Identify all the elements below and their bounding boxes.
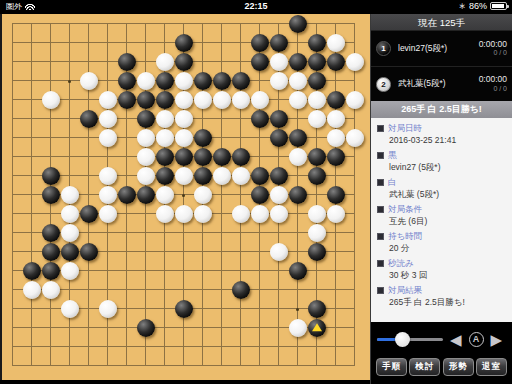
player2-clock: 0:00:00 bbox=[479, 75, 507, 85]
stone-white bbox=[61, 186, 79, 204]
moves-button[interactable]: 手順 bbox=[376, 358, 407, 376]
review-button[interactable]: 検討 bbox=[409, 358, 440, 376]
star-point bbox=[182, 194, 185, 197]
stone-black bbox=[232, 72, 250, 90]
clock-time: 22:15 bbox=[0, 1, 512, 11]
stone-black bbox=[289, 129, 307, 147]
info-label: 白 bbox=[388, 177, 397, 189]
bluetooth-icon: ∗ bbox=[458, 1, 466, 11]
stone-black bbox=[23, 262, 41, 280]
stone-black bbox=[270, 110, 288, 128]
game-info-list: 対局日時 2016-03-25 21:41 黒 levin27 (5段*) 白 … bbox=[371, 118, 512, 322]
player-row-white[interactable]: 2 武礼葉(5段*) 0:00:00 0 / 0 bbox=[371, 66, 512, 101]
stone-white bbox=[289, 72, 307, 90]
stone-black bbox=[308, 34, 326, 52]
info-label: 黒 bbox=[388, 150, 397, 162]
stone-black bbox=[308, 243, 326, 261]
stone-black bbox=[194, 72, 212, 90]
stone-black bbox=[80, 110, 98, 128]
stone-white bbox=[346, 129, 364, 147]
stone-white bbox=[42, 91, 60, 109]
result-banner: 265手 白 2.5目勝ち! bbox=[371, 101, 512, 118]
player1-periods: 0 / 0 bbox=[479, 49, 507, 57]
stone-white bbox=[42, 281, 60, 299]
info-row-byoyomi: 秒読み 30 秒 3 回 bbox=[377, 257, 506, 283]
battery-icon bbox=[490, 2, 507, 10]
stone-black bbox=[251, 34, 269, 52]
stone-black bbox=[42, 224, 60, 242]
stone-white bbox=[99, 205, 117, 223]
stone-black bbox=[308, 72, 326, 90]
info-label: 持ち時間 bbox=[388, 231, 422, 243]
stone-black bbox=[156, 148, 174, 166]
stone-white bbox=[23, 281, 41, 299]
stone-white bbox=[175, 167, 193, 185]
info-row-date: 対局日時 2016-03-25 21:41 bbox=[377, 122, 506, 148]
stone-white bbox=[99, 186, 117, 204]
info-label: 対局日時 bbox=[388, 123, 422, 135]
stone-white bbox=[61, 224, 79, 242]
info-value: 2016-03-25 21:41 bbox=[377, 135, 506, 148]
stone-black bbox=[194, 148, 212, 166]
black-stone-icon: 1 bbox=[376, 41, 391, 56]
info-row-result: 対局結果 265手 白 2.5目勝ち! bbox=[377, 284, 506, 310]
stone-black bbox=[42, 243, 60, 261]
player-row-black[interactable]: 1 levin27(5段*) 0:00:00 0 / 0 bbox=[371, 31, 512, 66]
stone-white bbox=[99, 300, 117, 318]
player2-name: 武礼葉(5段*) bbox=[398, 78, 479, 90]
stone-black bbox=[232, 281, 250, 299]
info-row-black: 黒 levin27 (5段*) bbox=[377, 149, 506, 175]
stone-white bbox=[137, 129, 155, 147]
stone-black bbox=[42, 167, 60, 185]
stone-black bbox=[80, 205, 98, 223]
stone-white bbox=[99, 129, 117, 147]
stone-black bbox=[42, 186, 60, 204]
last-move-marker bbox=[312, 323, 322, 331]
stone-white bbox=[251, 205, 269, 223]
stone-white bbox=[327, 205, 345, 223]
stone-white bbox=[156, 205, 174, 223]
stone-black bbox=[175, 53, 193, 71]
stone-white bbox=[137, 167, 155, 185]
stone-white bbox=[194, 186, 212, 204]
stone-black bbox=[308, 319, 326, 337]
square-bullet-icon bbox=[377, 125, 384, 132]
info-value: 265手 白 2.5目勝ち! bbox=[377, 297, 506, 310]
stone-black bbox=[118, 53, 136, 71]
stone-white bbox=[308, 91, 326, 109]
prev-move-button[interactable]: ◀ bbox=[450, 332, 462, 347]
move-slider[interactable] bbox=[377, 332, 443, 347]
stone-black bbox=[289, 15, 307, 33]
stone-white bbox=[99, 110, 117, 128]
stone-white bbox=[308, 205, 326, 223]
info-row-conditions: 対局条件 互先 (6目) bbox=[377, 203, 506, 229]
players-panel: 1 levin27(5段*) 0:00:00 0 / 0 2 武礼葉(5段*) … bbox=[371, 31, 512, 101]
stone-white bbox=[327, 129, 345, 147]
stone-black bbox=[118, 72, 136, 90]
stone-white bbox=[270, 186, 288, 204]
stone-white bbox=[213, 91, 231, 109]
stone-white bbox=[156, 186, 174, 204]
stone-white bbox=[175, 91, 193, 109]
stone-white bbox=[80, 72, 98, 90]
info-value: levin27 (5段*) bbox=[377, 162, 506, 175]
stone-white bbox=[232, 91, 250, 109]
stone-white bbox=[99, 91, 117, 109]
stone-black bbox=[308, 300, 326, 318]
stone-white bbox=[327, 34, 345, 52]
stone-black bbox=[270, 34, 288, 52]
stone-white bbox=[327, 110, 345, 128]
info-value: 20 分 bbox=[377, 243, 506, 256]
stone-black bbox=[137, 186, 155, 204]
stone-black bbox=[80, 243, 98, 261]
stone-black bbox=[175, 300, 193, 318]
stone-white bbox=[175, 72, 193, 90]
stone-white bbox=[61, 300, 79, 318]
stone-black bbox=[213, 72, 231, 90]
stone-white bbox=[289, 148, 307, 166]
stone-black bbox=[156, 167, 174, 185]
stone-white bbox=[61, 262, 79, 280]
stone-white bbox=[175, 129, 193, 147]
player1-clock: 0:00:00 bbox=[479, 40, 507, 50]
battery-fill bbox=[492, 4, 504, 8]
go-board[interactable] bbox=[0, 14, 370, 380]
stone-white bbox=[251, 91, 269, 109]
square-bullet-icon bbox=[377, 179, 384, 186]
stone-white bbox=[99, 167, 117, 185]
slider-knob[interactable] bbox=[395, 332, 410, 347]
playback-controls: ◀ A ▶ bbox=[371, 322, 512, 356]
stone-black bbox=[118, 186, 136, 204]
stone-black bbox=[308, 148, 326, 166]
stone-white bbox=[213, 167, 231, 185]
stone-white bbox=[137, 72, 155, 90]
stone-white bbox=[137, 148, 155, 166]
stone-white bbox=[156, 110, 174, 128]
stone-white bbox=[270, 205, 288, 223]
info-value: 30 秒 3 回 bbox=[377, 270, 506, 283]
stone-white bbox=[194, 205, 212, 223]
stone-white bbox=[270, 72, 288, 90]
stone-black bbox=[308, 53, 326, 71]
stone-white bbox=[270, 53, 288, 71]
move-counter-header: 現在 125手 bbox=[371, 14, 512, 31]
stone-black bbox=[61, 243, 79, 261]
player1-name: levin27(5段*) bbox=[398, 43, 479, 55]
stone-white bbox=[289, 319, 307, 337]
stone-black bbox=[137, 91, 155, 109]
star-point bbox=[68, 80, 71, 83]
app-screen: 圏外 22:15 ∗ 86% 現在 125手 1 levin27(5段*) 0:… bbox=[0, 0, 512, 384]
stone-black bbox=[289, 186, 307, 204]
stone-black bbox=[137, 319, 155, 337]
info-label: 対局結果 bbox=[388, 285, 422, 297]
stone-white bbox=[270, 243, 288, 261]
info-row-white: 白 武礼葉 (5段*) bbox=[377, 176, 506, 202]
stone-black bbox=[327, 148, 345, 166]
stone-black bbox=[270, 167, 288, 185]
stone-white bbox=[289, 91, 307, 109]
player2-periods: 0 / 0 bbox=[479, 85, 507, 93]
stone-black bbox=[251, 167, 269, 185]
stone-black bbox=[327, 91, 345, 109]
game-info-panel: 現在 125手 1 levin27(5段*) 0:00:00 0 / 0 2 武… bbox=[370, 14, 512, 384]
auto-play-button[interactable]: A bbox=[469, 332, 484, 347]
star-point bbox=[296, 308, 299, 311]
stone-black bbox=[156, 91, 174, 109]
square-bullet-icon bbox=[377, 152, 384, 159]
stone-black bbox=[213, 148, 231, 166]
square-bullet-icon bbox=[377, 233, 384, 240]
status-bar: 圏外 22:15 ∗ 86% bbox=[0, 0, 512, 14]
stone-white bbox=[232, 167, 250, 185]
info-label: 秒読み bbox=[388, 258, 414, 270]
stone-black bbox=[232, 148, 250, 166]
stone-black bbox=[289, 262, 307, 280]
stone-white bbox=[61, 205, 79, 223]
board-left-edge bbox=[0, 14, 2, 380]
stone-black bbox=[156, 72, 174, 90]
stone-black bbox=[270, 129, 288, 147]
white-stone-icon: 2 bbox=[376, 77, 391, 92]
stone-white bbox=[308, 224, 326, 242]
stone-black bbox=[251, 186, 269, 204]
next-move-button[interactable]: ▶ bbox=[491, 332, 503, 347]
menu-button-bar: 手順 検討 形勢 退室 bbox=[371, 356, 512, 384]
stone-black bbox=[175, 148, 193, 166]
info-row-maintime: 持ち時間 20 分 bbox=[377, 230, 506, 256]
stone-black bbox=[137, 110, 155, 128]
stone-white bbox=[156, 129, 174, 147]
stone-black bbox=[289, 53, 307, 71]
stone-white bbox=[232, 205, 250, 223]
stone-white bbox=[346, 53, 364, 71]
stone-black bbox=[251, 53, 269, 71]
stone-black bbox=[327, 186, 345, 204]
stone-white bbox=[175, 205, 193, 223]
stone-white bbox=[194, 91, 212, 109]
stone-black bbox=[194, 167, 212, 185]
square-bullet-icon bbox=[377, 287, 384, 294]
stone-black bbox=[308, 167, 326, 185]
square-bullet-icon bbox=[377, 260, 384, 267]
battery-percent: 86% bbox=[469, 1, 487, 11]
stone-black bbox=[194, 129, 212, 147]
stone-white bbox=[308, 110, 326, 128]
info-value: 武礼葉 (5段*) bbox=[377, 189, 506, 202]
leave-room-button[interactable]: 退室 bbox=[476, 358, 507, 376]
stone-black bbox=[42, 262, 60, 280]
stone-black bbox=[118, 91, 136, 109]
info-value: 互先 (6目) bbox=[377, 216, 506, 229]
stone-black bbox=[175, 34, 193, 52]
stone-black bbox=[251, 110, 269, 128]
stone-black bbox=[327, 53, 345, 71]
info-label: 対局条件 bbox=[388, 204, 422, 216]
stone-white bbox=[156, 53, 174, 71]
square-bullet-icon bbox=[377, 206, 384, 213]
stone-white bbox=[346, 91, 364, 109]
stone-white bbox=[175, 110, 193, 128]
score-estimate-button[interactable]: 形勢 bbox=[443, 358, 474, 376]
